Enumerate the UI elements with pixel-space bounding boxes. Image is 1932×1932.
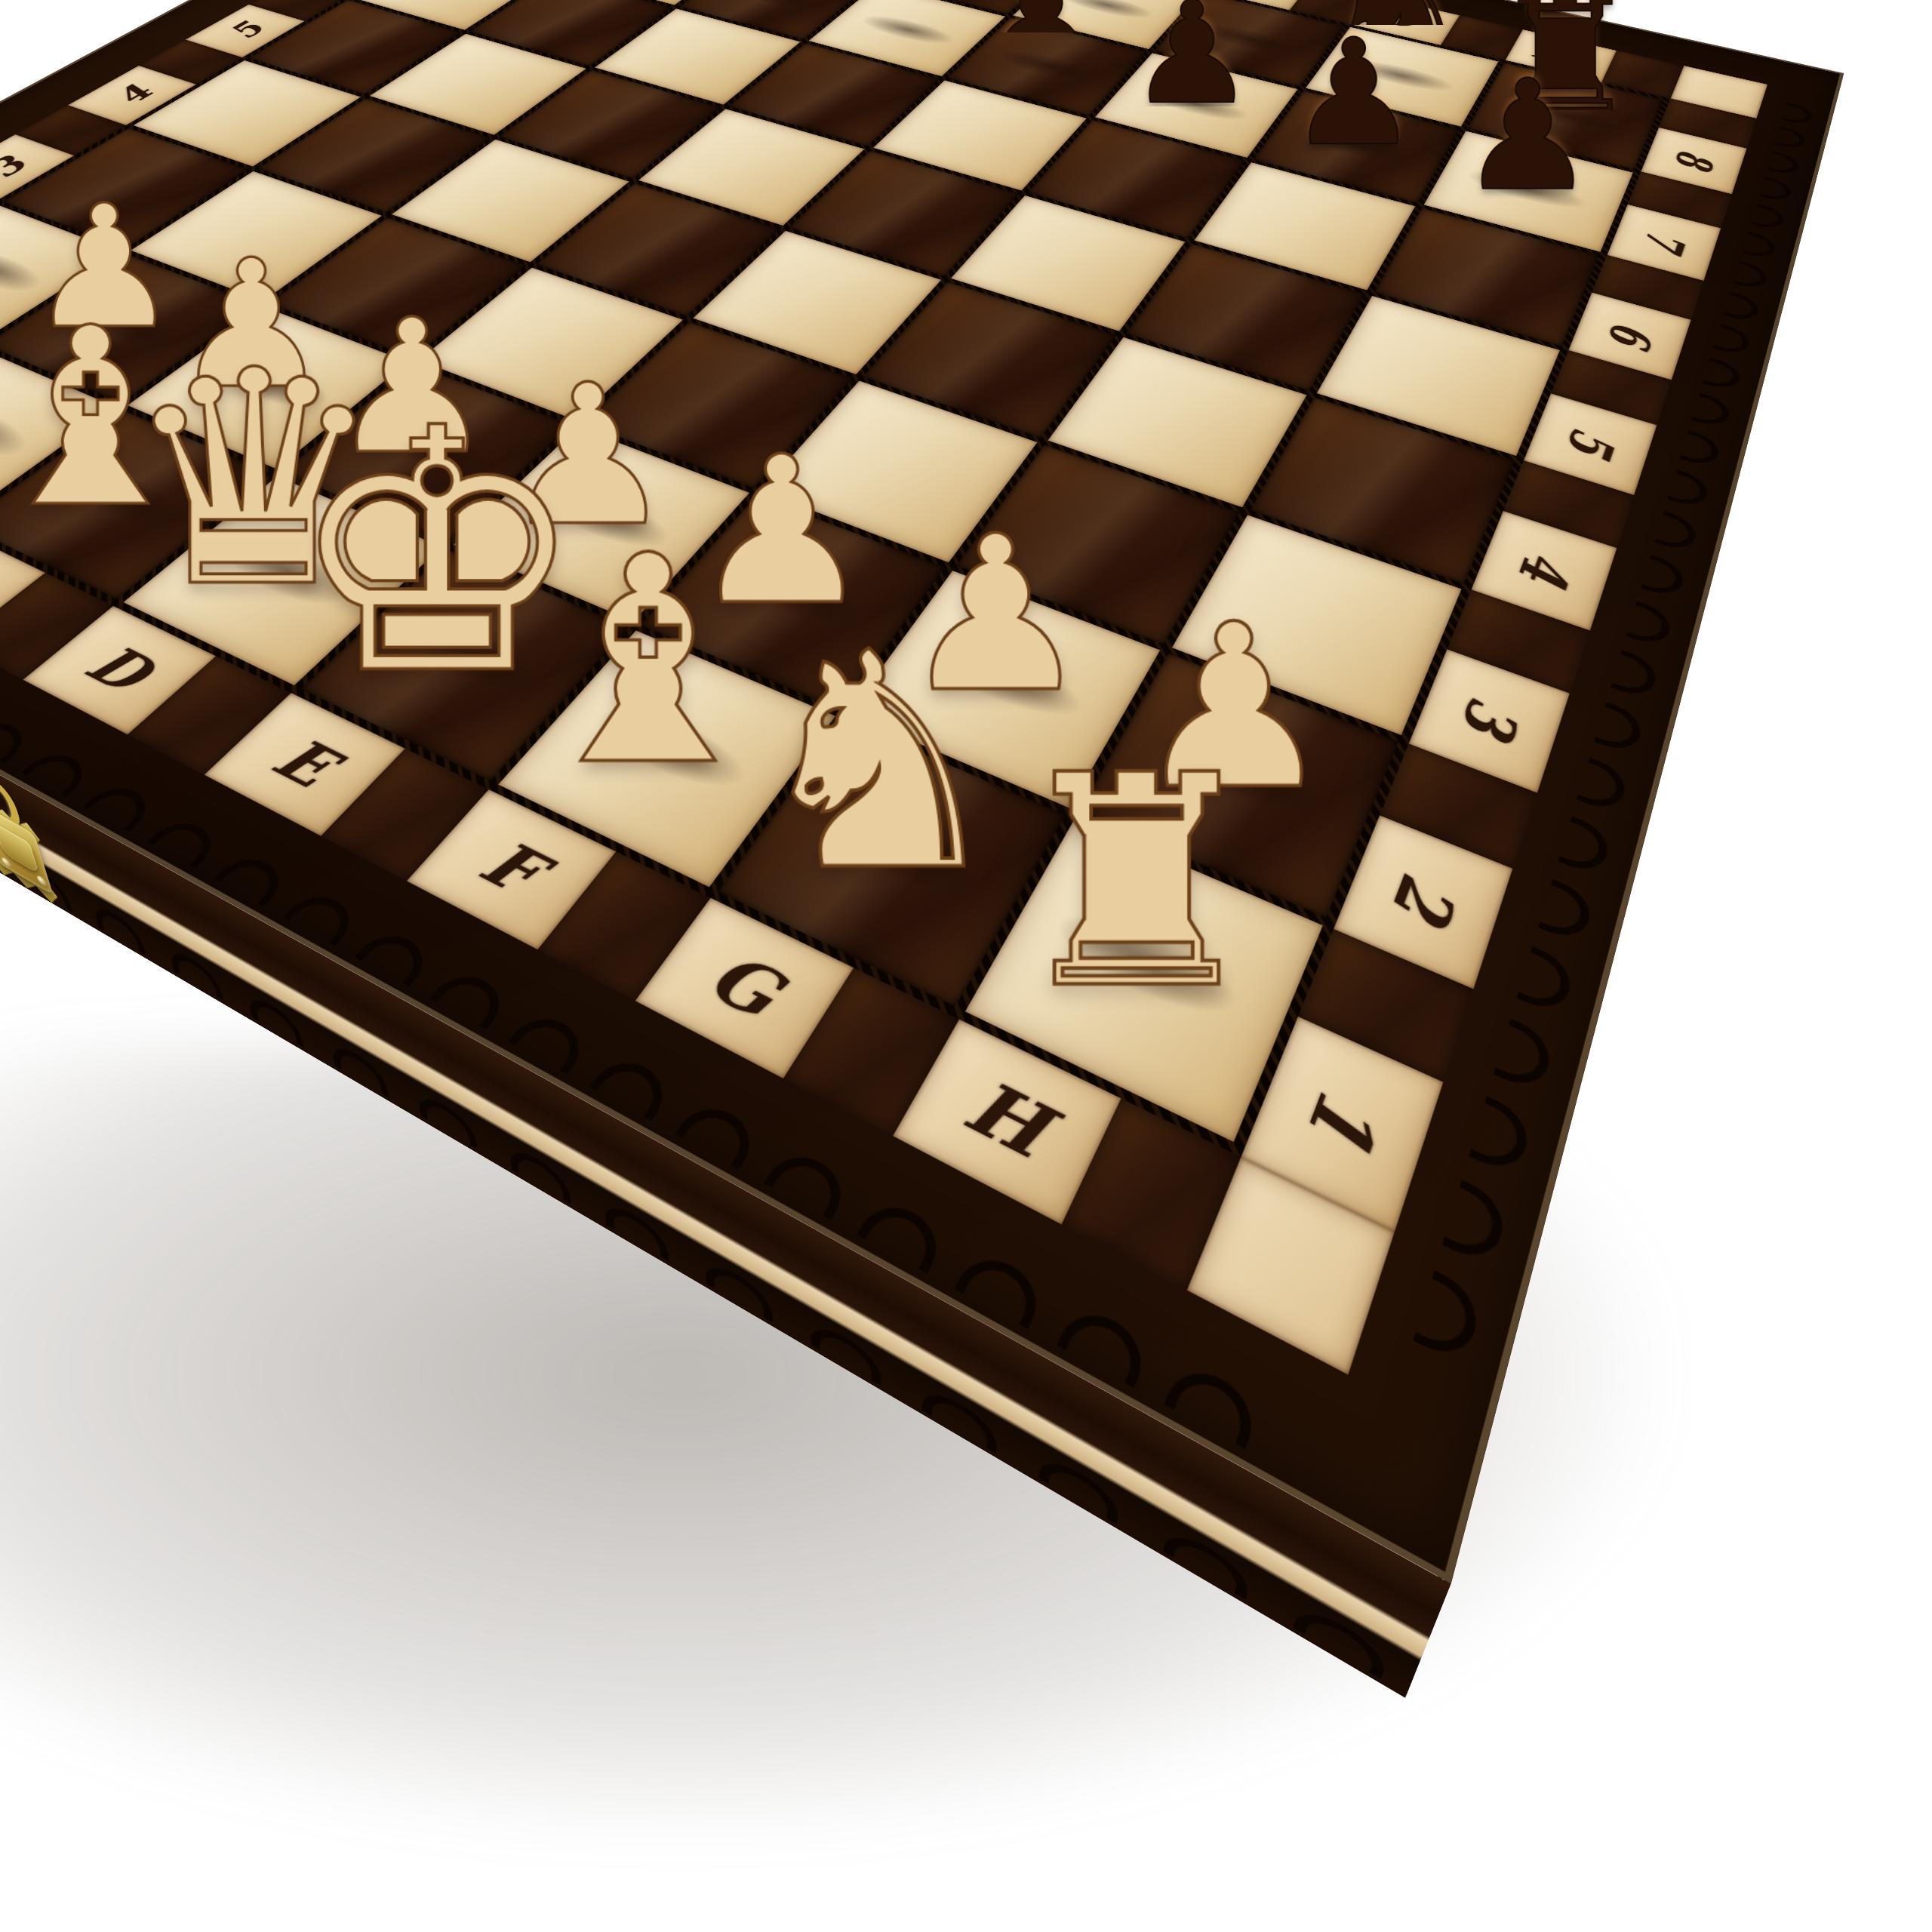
carved-arc-icon xyxy=(167,944,223,1001)
coordinate-label: 4 xyxy=(1503,544,1586,595)
carved-arc-icon xyxy=(1742,232,1777,260)
coordinate-label: F xyxy=(466,826,558,908)
coordinate-label-cell: 6 xyxy=(1568,292,1690,380)
carved-arc-icon xyxy=(1641,555,1687,600)
carved-arc-icon xyxy=(1442,1180,1510,1269)
photo-scene: ABCDEFGH ABCDEFGH 87654321 87654321 xyxy=(0,0,1932,1932)
coordinate-label: 4 xyxy=(103,82,162,107)
coordinate-label: 5 xyxy=(1552,421,1629,464)
carved-arc-icon xyxy=(1558,817,1613,878)
coordinate-label-cell: 3 xyxy=(1409,650,1570,793)
carved-arc-icon xyxy=(922,1383,999,1453)
coordinate-label: 8 xyxy=(1663,146,1725,174)
carved-arc-icon xyxy=(0,715,35,763)
carved-arc-icon xyxy=(283,888,363,946)
carved-arc-icon xyxy=(147,814,224,869)
piece-contact-shadow xyxy=(1339,54,1463,98)
piece-contact-shadow xyxy=(722,0,832,15)
carved-arc-icon xyxy=(1626,601,1674,649)
carved-arc-icon xyxy=(1517,946,1577,1017)
carved-arc-icon xyxy=(1594,702,1645,756)
carved-arc-icon xyxy=(1611,650,1660,701)
carved-arc-icon xyxy=(705,1256,772,1322)
carved-arc-icon xyxy=(1775,127,1807,151)
carved-arc-icon xyxy=(1294,1602,1391,1679)
carved-arc-icon xyxy=(1713,324,1752,357)
band-spacer-cell xyxy=(0,573,113,680)
carved-arc-icon xyxy=(430,966,513,1029)
piece-contact-shadow xyxy=(1049,0,1163,24)
carved-arc-icon xyxy=(1703,358,1743,392)
carved-arc-icon xyxy=(1039,1452,1122,1524)
piece-contact-shadow xyxy=(851,9,966,51)
piece-contact-shadow xyxy=(987,44,1107,88)
band-spacer-cell xyxy=(1447,589,1589,693)
coordinate-label-cell: G xyxy=(635,897,854,1078)
coordinate-label-cell: 5 xyxy=(1524,393,1657,495)
carved-arc-icon xyxy=(1724,292,1761,324)
coordinate-label: 7 xyxy=(1632,226,1698,257)
carved-arc-icon xyxy=(1691,393,1732,430)
piece-contact-shadow xyxy=(1290,120,1421,171)
band-spacer-cell xyxy=(1503,460,1634,548)
piece-contact-shadow xyxy=(1133,81,1258,128)
piece-contact-shadow xyxy=(1189,18,1309,60)
carved-arc-icon xyxy=(1577,757,1629,815)
coordinate-label: D xyxy=(71,634,168,703)
carved-arc-icon xyxy=(1680,430,1722,469)
band-spacer-cell xyxy=(321,749,489,881)
carved-arc-icon xyxy=(1163,1524,1253,1599)
carved-arc-icon xyxy=(214,850,292,906)
carved-arc-icon xyxy=(604,1198,669,1262)
carved-arc-icon xyxy=(508,1008,592,1075)
carved-arc-icon xyxy=(1733,261,1770,291)
carved-arc-icon xyxy=(416,1089,478,1150)
carved-arc-icon xyxy=(246,990,304,1048)
carved-arc-icon xyxy=(1654,511,1699,554)
white-bishop-f1[interactable]: ♝ xyxy=(519,526,776,798)
coordinate-label-cell: 1 xyxy=(1241,1017,1443,1232)
carved-arc-icon xyxy=(1759,177,1793,203)
carved-arc-icon xyxy=(83,780,158,832)
band-spacer-cell xyxy=(1551,350,1672,425)
carved-arc-icon xyxy=(1469,1096,1534,1178)
carved-arc-icon xyxy=(811,1318,882,1386)
carved-arc-icon xyxy=(508,1142,571,1204)
carved-arc-icon xyxy=(1538,879,1595,946)
carved-arc-icon xyxy=(329,1038,389,1098)
coordinate-label-cell: 2 xyxy=(1334,815,1512,989)
coordinate-label: G xyxy=(693,937,795,1033)
coordinate-label: H xyxy=(952,1062,1063,1175)
carved-arc-icon xyxy=(1767,151,1801,177)
coordinate-label: 1 xyxy=(1288,1075,1400,1165)
band-corner xyxy=(1187,1157,1395,1374)
coordinate-label: 3 xyxy=(1445,688,1536,748)
piece-contact-shadow xyxy=(1498,91,1628,138)
piece-contact-shadow xyxy=(1457,162,1595,217)
white-rook-h1[interactable]: ♜ xyxy=(1005,745,1266,1022)
band-spacer-cell xyxy=(538,852,710,1001)
coordinate-label: G xyxy=(1381,7,1429,33)
coordinate-label-cell: 4 xyxy=(1471,511,1617,631)
carved-arc-icon xyxy=(21,747,95,798)
carved-arc-icon xyxy=(1751,204,1786,232)
coordinate-label: 2 xyxy=(1374,863,1475,935)
coordinate-label: 6 xyxy=(1595,316,1666,353)
chess-board-box: ABCDEFGH ABCDEFGH 87654321 87654321 xyxy=(0,0,1844,1584)
coordinate-label: 5 xyxy=(218,19,274,42)
band-spacer-cell xyxy=(1298,929,1473,1082)
band-spacer-cell xyxy=(128,656,291,774)
carved-arc-icon xyxy=(1668,469,1712,510)
carved-arc-icon xyxy=(355,926,436,987)
band-spacer-cell xyxy=(1592,255,1703,320)
carved-arc-icon xyxy=(91,900,146,955)
coordinate-label-cell: D xyxy=(23,606,216,735)
white-knight-g1[interactable]: ♞ xyxy=(744,622,1011,905)
band-spacer-cell xyxy=(1380,743,1537,868)
carved-arc-icon xyxy=(1494,1019,1555,1095)
coordinate-label: H xyxy=(1535,41,1586,70)
carved-arc-icon xyxy=(1783,103,1814,126)
carved-arc-icon xyxy=(1413,1270,1484,1367)
coordinate-label: E xyxy=(258,725,352,799)
coordinate-label-cell: F xyxy=(407,789,617,949)
